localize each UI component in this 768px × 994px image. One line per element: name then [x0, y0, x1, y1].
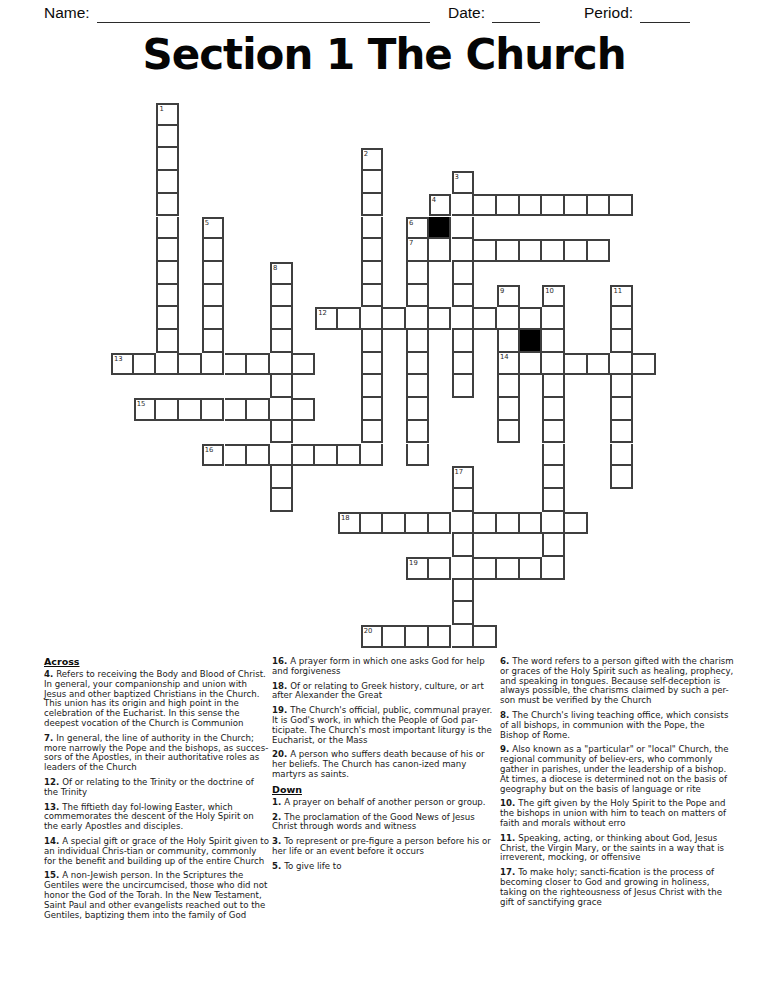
cell-13-14[interactable]	[406, 421, 429, 444]
cell-10-9[interactable]	[338, 307, 361, 330]
cell-7-10[interactable]	[270, 330, 293, 353]
cell-number-20: 20	[364, 627, 373, 635]
date-label: Date:	[448, 4, 485, 22]
cell-11-11[interactable]	[361, 353, 384, 376]
cell-number-11: 11	[613, 287, 622, 295]
cell-19-11[interactable]	[542, 353, 565, 376]
cell-14-4[interactable]: 4	[429, 194, 452, 217]
clue-column-3: 6. The word refers to a person gifted wi…	[500, 657, 736, 912]
cell-22-8[interactable]: 11	[610, 285, 633, 308]
cell-22-11[interactable]	[610, 353, 633, 376]
cell-17-10[interactable]	[497, 330, 520, 353]
cell-22-9[interactable]	[610, 307, 633, 330]
cell-11-15[interactable]	[361, 444, 384, 467]
cell-18-11[interactable]	[520, 353, 543, 376]
cell-4-10[interactable]	[202, 330, 225, 353]
cell-9-15[interactable]	[315, 444, 338, 467]
cell-13-13[interactable]	[406, 398, 429, 421]
cell-19-19[interactable]	[542, 534, 565, 557]
clue-20-across: 20. A person who suffers death because o…	[272, 750, 494, 779]
cell-19-12[interactable]	[542, 375, 565, 398]
cell-2-13[interactable]	[156, 398, 179, 421]
cell-13-23[interactable]	[406, 625, 429, 648]
cell-4-7[interactable]	[202, 262, 225, 285]
cell-19-8[interactable]: 10	[542, 285, 565, 308]
clue-10-down: 10. The gift given by the Holy Spirit to…	[500, 799, 736, 828]
clue-18-across: 18. Of or relating to Greek history, cul…	[272, 682, 494, 702]
cell-2-8[interactable]	[156, 285, 179, 308]
cell-19-9[interactable]	[542, 307, 565, 330]
cell-14-9[interactable]	[429, 307, 452, 330]
cell-13-8[interactable]	[406, 285, 429, 308]
cell-number-9: 9	[500, 287, 504, 295]
cell-2-10[interactable]	[156, 330, 179, 353]
cell-2-7[interactable]	[156, 262, 179, 285]
cell-19-14[interactable]	[542, 421, 565, 444]
cell-16-6[interactable]	[474, 239, 497, 262]
clue-11-down: 11. Speaking, acting, or thinking about …	[500, 834, 736, 863]
cell-number-12: 12	[318, 309, 327, 317]
cell-8-11[interactable]	[293, 353, 316, 376]
cell-number-8: 8	[273, 264, 277, 272]
cell-15-23[interactable]	[452, 625, 475, 648]
black-cell-14-5	[429, 217, 452, 240]
cell-number-18: 18	[341, 514, 350, 522]
date-fill-line[interactable]	[492, 6, 540, 23]
cell-19-6[interactable]	[542, 239, 565, 262]
clue-column-1: Across4. Refers to receiving the Body an…	[44, 657, 270, 925]
cell-22-16[interactable]	[610, 466, 633, 489]
cell-3-11[interactable]	[179, 353, 202, 376]
clue-8-down: 8. The Church's living teaching office, …	[500, 711, 736, 740]
cell-18-9[interactable]	[520, 307, 543, 330]
clue-14-across: 14. A special gift or grace of the Holy …	[44, 837, 270, 866]
cell-4-6[interactable]	[202, 239, 225, 262]
clue-heading-across: Across	[44, 657, 270, 667]
cell-7-8[interactable]	[270, 285, 293, 308]
cell-11-7[interactable]	[361, 262, 384, 285]
cell-14-18[interactable]	[429, 512, 452, 535]
cell-13-9[interactable]	[406, 307, 429, 330]
cell-23-11[interactable]	[633, 353, 656, 376]
name-label: Name:	[44, 4, 90, 22]
cell-2-9[interactable]	[156, 307, 179, 330]
cell-22-4[interactable]	[610, 194, 633, 217]
cell-11-3[interactable]	[361, 171, 384, 194]
cell-12-23[interactable]	[383, 625, 406, 648]
clue-1-down: 1. A prayer on behalf of another person …	[272, 798, 494, 808]
cell-17-14[interactable]	[497, 421, 520, 444]
cell-20-4[interactable]	[565, 194, 588, 217]
cell-14-20[interactable]	[429, 557, 452, 580]
cell-11-2[interactable]: 2	[361, 148, 384, 171]
cell-12-9[interactable]	[383, 307, 406, 330]
cell-6-11[interactable]	[247, 353, 270, 376]
cell-21-6[interactable]	[588, 239, 611, 262]
cell-11-10[interactable]	[361, 330, 384, 353]
cell-4-13[interactable]	[202, 398, 225, 421]
period-label: Period:	[584, 4, 633, 22]
cell-4-5[interactable]: 5	[202, 217, 225, 240]
clue-17-down: 17. To make holy; sancti-fication is the…	[500, 868, 736, 907]
cell-19-20[interactable]	[542, 557, 565, 580]
cell-15-17[interactable]	[452, 489, 475, 512]
cell-19-18[interactable]	[542, 512, 565, 535]
cell-2-3[interactable]	[156, 171, 179, 194]
cell-number-5: 5	[205, 219, 209, 227]
cell-17-20[interactable]	[497, 557, 520, 580]
cell-15-11[interactable]	[452, 353, 475, 376]
cell-22-12[interactable]	[610, 375, 633, 398]
period-fill-line[interactable]	[640, 6, 690, 23]
cell-15-19[interactable]	[452, 534, 475, 557]
cell-7-13[interactable]	[270, 398, 293, 421]
cell-5-13[interactable]	[225, 398, 248, 421]
cell-17-9[interactable]	[497, 307, 520, 330]
cell-15-20[interactable]	[452, 557, 475, 580]
cell-8-15[interactable]	[293, 444, 316, 467]
cell-18-18[interactable]	[520, 512, 543, 535]
cell-13-11[interactable]	[406, 353, 429, 376]
cell-11-12[interactable]	[361, 375, 384, 398]
cell-19-13[interactable]	[542, 398, 565, 421]
cell-4-8[interactable]	[202, 285, 225, 308]
cell-15-21[interactable]	[452, 580, 475, 603]
cell-15-10[interactable]	[452, 330, 475, 353]
cell-11-13[interactable]	[361, 398, 384, 421]
cell-19-15[interactable]	[542, 444, 565, 467]
cell-18-6[interactable]	[520, 239, 543, 262]
cell-20-11[interactable]	[565, 353, 588, 376]
cell-13-12[interactable]	[406, 375, 429, 398]
clue-2-down: 2. The proclamation of the Good News of …	[272, 813, 494, 833]
cell-11-18[interactable]	[361, 512, 384, 535]
cell-19-16[interactable]	[542, 466, 565, 489]
cell-number-19: 19	[409, 559, 418, 567]
cell-11-9[interactable]	[361, 307, 384, 330]
cell-22-14[interactable]	[610, 421, 633, 444]
cell-18-4[interactable]	[520, 194, 543, 217]
cell-17-12[interactable]	[497, 375, 520, 398]
cell-7-7[interactable]: 8	[270, 262, 293, 285]
cell-16-4[interactable]	[474, 194, 497, 217]
cell-4-9[interactable]	[202, 307, 225, 330]
cell-11-4[interactable]	[361, 194, 384, 217]
cell-15-12[interactable]	[452, 375, 475, 398]
cell-4-11[interactable]	[202, 353, 225, 376]
cell-number-3: 3	[455, 173, 459, 181]
cell-6-15[interactable]	[247, 444, 270, 467]
cell-14-23[interactable]	[429, 625, 452, 648]
cell-13-5[interactable]: 6	[406, 217, 429, 240]
cell-18-20[interactable]	[520, 557, 543, 580]
cell-16-23[interactable]	[474, 625, 497, 648]
cell-15-16[interactable]: 17	[452, 466, 475, 489]
cell-19-4[interactable]	[542, 194, 565, 217]
cell-15-3[interactable]: 3	[452, 171, 475, 194]
cell-9-9[interactable]: 12	[315, 307, 338, 330]
cell-2-6[interactable]	[156, 239, 179, 262]
cell-1-13[interactable]: 15	[134, 398, 157, 421]
cell-22-13[interactable]	[610, 398, 633, 421]
cell-7-17[interactable]	[270, 489, 293, 512]
cell-13-6[interactable]: 7	[406, 239, 429, 262]
cell-17-18[interactable]	[497, 512, 520, 535]
clue-3-down: 3. To represent or pre-figure a person b…	[272, 837, 494, 857]
cell-20-6[interactable]	[565, 239, 588, 262]
cell-6-13[interactable]	[247, 398, 270, 421]
cell-15-7[interactable]	[452, 262, 475, 285]
cell-3-13[interactable]	[179, 398, 202, 421]
cell-11-23[interactable]: 20	[361, 625, 384, 648]
cell-number-15: 15	[137, 400, 146, 408]
cell-11-6[interactable]	[361, 239, 384, 262]
cell-15-18[interactable]	[452, 512, 475, 535]
clue-6-down: 6. The word refers to a person gifted wi…	[500, 657, 736, 706]
cell-21-11[interactable]	[588, 353, 611, 376]
cell-7-12[interactable]	[270, 375, 293, 398]
cell-number-1: 1	[159, 105, 163, 113]
cell-number-14: 14	[500, 353, 509, 361]
cell-17-8[interactable]: 9	[497, 285, 520, 308]
cell-number-13: 13	[114, 355, 123, 363]
clue-7-across: 7. In general, the line of authority in …	[44, 734, 270, 773]
clue-13-across: 13. The fiftieth day fol-lowing Easter, …	[44, 803, 270, 832]
black-cell-18-10	[520, 330, 543, 353]
cell-15-6[interactable]	[452, 239, 475, 262]
cell-number-10: 10	[545, 287, 554, 295]
cell-13-7[interactable]	[406, 262, 429, 285]
cell-17-4[interactable]	[497, 194, 520, 217]
cell-15-5[interactable]	[452, 217, 475, 240]
cell-13-18[interactable]	[406, 512, 429, 535]
clue-heading-down: Down	[272, 785, 494, 795]
cell-2-0[interactable]: 1	[156, 103, 179, 126]
cell-5-15[interactable]	[225, 444, 248, 467]
clue-9-down: 9. Also known as a "particular" or "loca…	[500, 745, 736, 794]
clue-4-across: 4. Refers to receiving the Body and Bloo…	[44, 670, 270, 729]
cell-15-4[interactable]	[452, 194, 475, 217]
cell-17-6[interactable]	[497, 239, 520, 262]
cell-16-20[interactable]	[474, 557, 497, 580]
cell-14-6[interactable]	[429, 239, 452, 262]
name-fill-line[interactable]	[97, 6, 430, 23]
clue-19-across: 19. The Church's official, public, commu…	[272, 706, 494, 745]
cell-15-8[interactable]	[452, 285, 475, 308]
cell-number-6: 6	[409, 219, 413, 227]
cell-11-5[interactable]	[361, 217, 384, 240]
cell-13-10[interactable]	[406, 330, 429, 353]
cell-22-15[interactable]	[610, 444, 633, 467]
cell-16-18[interactable]	[474, 512, 497, 535]
cell-0-11[interactable]: 13	[111, 353, 134, 376]
clue-column-2: 16. A prayer form in which one asks God …	[272, 657, 494, 877]
cell-19-10[interactable]	[542, 330, 565, 353]
cell-8-13[interactable]	[293, 398, 316, 421]
cell-20-18[interactable]	[565, 512, 588, 535]
cell-21-4[interactable]	[588, 194, 611, 217]
cell-7-15[interactable]	[270, 444, 293, 467]
cell-11-14[interactable]	[361, 421, 384, 444]
cell-number-2: 2	[364, 150, 368, 158]
cell-10-18[interactable]: 18	[338, 512, 361, 535]
cell-13-15[interactable]	[406, 444, 429, 467]
cell-4-15[interactable]: 16	[202, 444, 225, 467]
cell-10-15[interactable]	[338, 444, 361, 467]
cell-number-16: 16	[205, 446, 214, 454]
clue-12-across: 12. Of or relating to the Trinity or the…	[44, 778, 270, 798]
cell-2-1[interactable]	[156, 126, 179, 149]
cell-7-16[interactable]	[270, 466, 293, 489]
cell-number-17: 17	[455, 468, 464, 476]
cell-7-9[interactable]	[270, 307, 293, 330]
cell-number-7: 7	[409, 239, 413, 247]
cell-16-9[interactable]	[474, 307, 497, 330]
cell-22-10[interactable]	[610, 330, 633, 353]
cell-17-11[interactable]: 14	[497, 353, 520, 376]
cell-15-9[interactable]	[452, 307, 475, 330]
cell-2-4[interactable]	[156, 194, 179, 217]
clue-15-across: 15. A non-Jewish person. In the Scriptur…	[44, 871, 270, 920]
cell-1-11[interactable]	[134, 353, 157, 376]
cell-5-11[interactable]	[225, 353, 248, 376]
cell-15-22[interactable]	[452, 602, 475, 625]
cell-2-5[interactable]	[156, 217, 179, 240]
cell-number-4: 4	[432, 196, 436, 204]
clue-5-down: 5. To give life to	[272, 862, 494, 872]
cell-13-20[interactable]: 19	[406, 557, 429, 580]
cell-12-18[interactable]	[383, 512, 406, 535]
page-title: Section 1 The Church	[0, 30, 768, 79]
cell-19-17[interactable]	[542, 489, 565, 512]
cell-17-13[interactable]	[497, 398, 520, 421]
cell-7-11[interactable]	[270, 353, 293, 376]
cell-11-8[interactable]	[361, 285, 384, 308]
cell-2-2[interactable]	[156, 148, 179, 171]
cell-2-11[interactable]	[156, 353, 179, 376]
cell-7-14[interactable]	[270, 421, 293, 444]
clue-16-across: 16. A prayer form in which one asks God …	[272, 657, 494, 677]
